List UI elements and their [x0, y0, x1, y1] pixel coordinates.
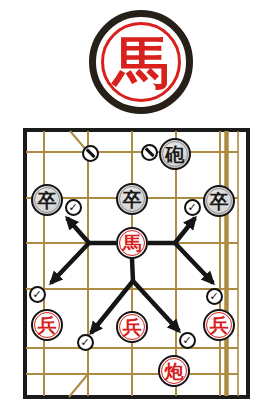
piece-glyph: 兵 — [123, 318, 142, 337]
allowed-move-icon: ✓ — [65, 199, 82, 216]
piece-black-cannon: 砲 — [159, 138, 191, 170]
blocked-slash — [144, 147, 153, 156]
check-glyph: ✓ — [209, 290, 218, 301]
piece-inner-ring: 卒 — [206, 188, 232, 214]
horse-tutorial-diagram: 馬 砲卒卒卒馬兵兵兵炮✓✓✓✓✓ — [0, 0, 272, 407]
horse-move-arrow — [175, 243, 213, 283]
check-glyph: ✓ — [182, 334, 191, 345]
piece-black-pawn: 卒 — [203, 185, 235, 217]
blocked-slash — [85, 148, 94, 157]
piece-glyph: 兵 — [38, 316, 57, 335]
horse-move-arrow — [51, 243, 89, 283]
piece-inner-ring: 兵 — [34, 312, 60, 338]
piece-glyph: 砲 — [166, 145, 185, 164]
piece-inner-ring: 兵 — [206, 312, 232, 338]
check-glyph: ✓ — [80, 336, 89, 347]
check-glyph: ✓ — [187, 201, 196, 212]
piece-inner-ring: 卒 — [34, 187, 60, 213]
piece-glyph: 卒 — [210, 192, 229, 211]
piece-inner-ring: 炮 — [161, 358, 187, 384]
piece-inner-ring: 砲 — [162, 141, 188, 167]
piece-glyph: 兵 — [210, 316, 229, 335]
piece-glyph: 炮 — [165, 362, 184, 381]
piece-inner-ring: 馬 — [119, 230, 145, 256]
piece-red-pawn: 兵 — [203, 309, 235, 341]
piece-black-pawn: 卒 — [116, 183, 148, 215]
piece-red-pawn: 兵 — [116, 311, 148, 343]
piece-red-pawn: 兵 — [31, 309, 63, 341]
piece-inner-ring: 卒 — [119, 186, 145, 212]
piece-glyph: 卒 — [123, 190, 142, 209]
piece-glyph: 卒 — [38, 191, 57, 210]
allowed-move-icon: ✓ — [184, 199, 201, 216]
horse-move-arrow — [67, 218, 89, 243]
piece-red-cannon: 炮 — [158, 355, 190, 387]
allowed-move-icon: ✓ — [179, 332, 196, 349]
horse-move-arrow — [175, 218, 195, 243]
blocked-move-icon — [82, 145, 99, 162]
blocked-move-icon — [141, 144, 158, 161]
allowed-move-icon: ✓ — [29, 286, 46, 303]
allowed-move-icon: ✓ — [206, 288, 223, 305]
piece-inner-ring: 兵 — [119, 314, 145, 340]
horse-move-arrow-stem — [132, 259, 133, 281]
piece-glyph: 馬 — [123, 234, 142, 253]
palace-diagonal-bottom — [69, 374, 88, 397]
check-glyph: ✓ — [32, 288, 41, 299]
piece-black-pawn: 卒 — [31, 184, 63, 216]
piece-red-horse: 馬 — [116, 227, 148, 259]
check-glyph: ✓ — [68, 201, 77, 212]
allowed-move-icon: ✓ — [77, 334, 94, 351]
